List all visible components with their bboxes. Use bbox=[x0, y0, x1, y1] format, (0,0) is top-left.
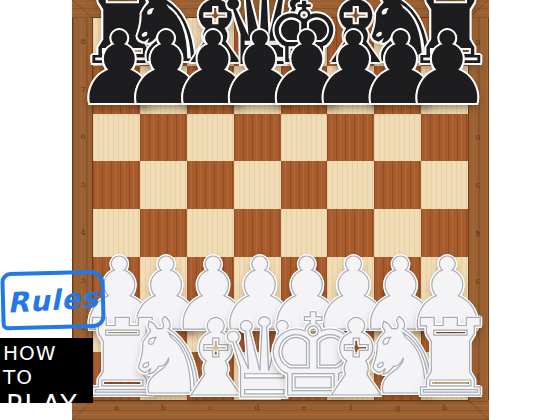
rank-label-left-5: 5 bbox=[73, 181, 93, 189]
square-f5[interactable] bbox=[327, 161, 374, 209]
square-c5[interactable] bbox=[187, 161, 234, 209]
square-g5[interactable] bbox=[374, 161, 421, 209]
rank-label-left-6: 6 bbox=[73, 133, 93, 141]
how-to-play-line2: PLAY bbox=[6, 389, 93, 403]
rules-button[interactable]: Rules bbox=[0, 270, 105, 331]
black-pawn-h7[interactable]: ♟ bbox=[403, 19, 487, 119]
chess-board: 8877665544332211abcdefgh ♜♞♝♛♚♝♞♜♟♟♟♟♟♟♟… bbox=[72, 0, 489, 420]
square-d5[interactable] bbox=[234, 161, 281, 209]
chess-game-screen: 8877665544332211abcdefgh ♜♞♝♛♚♝♞♜♟♟♟♟♟♟♟… bbox=[0, 0, 560, 420]
square-e5[interactable] bbox=[281, 161, 328, 209]
rank-label-right-5: 5 bbox=[468, 181, 488, 189]
square-h5[interactable] bbox=[421, 161, 468, 209]
white-rook-h1[interactable]: ♜ bbox=[403, 306, 487, 412]
rank-label-right-6: 6 bbox=[468, 133, 488, 141]
square-a5[interactable] bbox=[93, 161, 140, 209]
square-b5[interactable] bbox=[140, 161, 187, 209]
rules-button-label: Rules bbox=[6, 281, 100, 320]
how-to-play-line1: HOW TO bbox=[3, 341, 93, 389]
how-to-play-button[interactable]: HOW TO PLAY bbox=[0, 338, 93, 403]
